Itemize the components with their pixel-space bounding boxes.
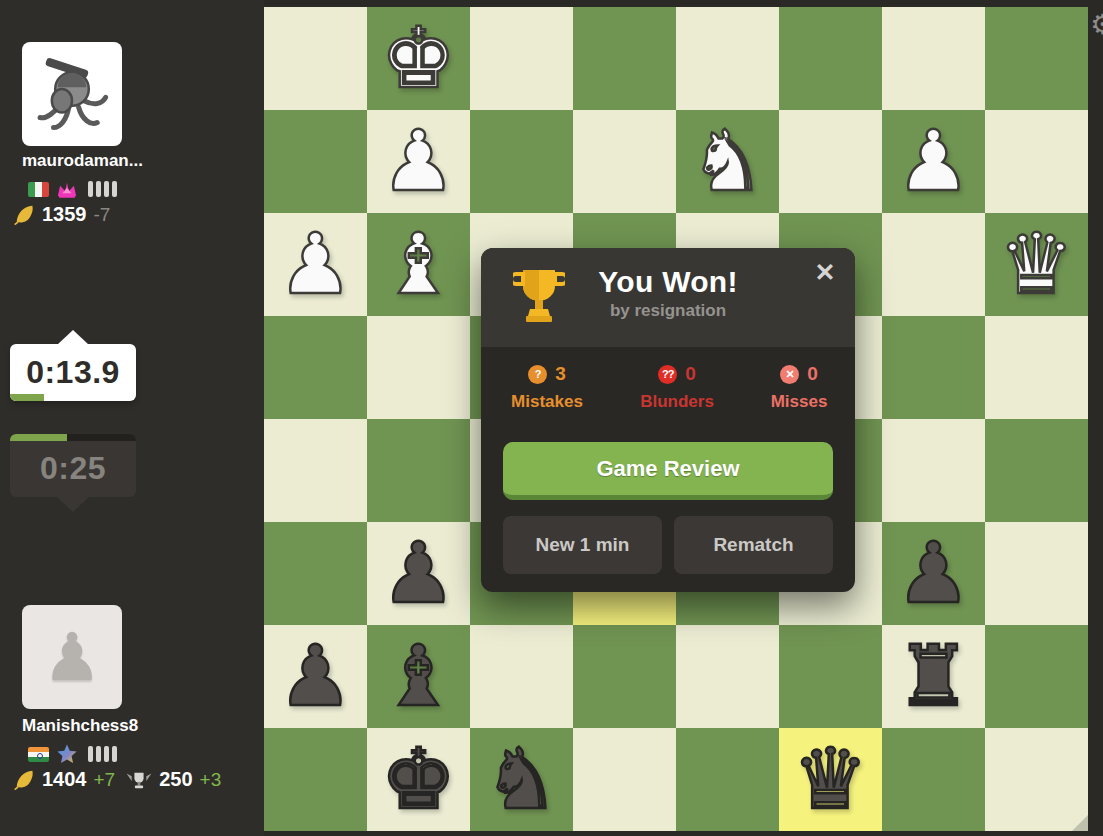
square-b3[interactable] — [882, 213, 985, 316]
square-e8[interactable] — [573, 728, 676, 831]
player-badges — [28, 745, 117, 763]
blunders-label: Blunders — [617, 392, 737, 412]
piece-bP-b6[interactable]: ♟ — [896, 522, 971, 625]
square-h2[interactable] — [264, 110, 367, 213]
square-d2[interactable]: ♞ — [676, 110, 779, 213]
stat-mistakes: ? 3 Mistakes — [487, 363, 607, 412]
player-rating-change: +7 — [94, 769, 116, 791]
opponent-time: 0:13.9 — [26, 354, 120, 391]
opponent-time-progress — [10, 394, 44, 401]
square-h7[interactable]: ♟ — [264, 625, 367, 728]
player-clock: 0:25 — [10, 434, 136, 497]
square-e1[interactable] — [573, 7, 676, 110]
piece-bK-g8[interactable]: ♚ — [381, 728, 456, 831]
mistakes-label: Mistakes — [487, 392, 607, 412]
square-a3[interactable]: ♛ — [985, 213, 1088, 316]
square-d8[interactable] — [676, 728, 779, 831]
player-rating-row: 1404 +7 250 +3 — [14, 768, 221, 791]
square-a1[interactable] — [985, 7, 1088, 110]
opponent-rating: 1359 — [42, 203, 87, 226]
square-g2[interactable]: ♟ — [367, 110, 470, 213]
trophy-points-icon — [126, 769, 152, 791]
square-f2[interactable] — [470, 110, 573, 213]
blunders-icon: ?? — [658, 365, 677, 384]
india-flag-icon — [28, 747, 49, 762]
octopus-knight-avatar-image — [30, 50, 114, 138]
game-review-button[interactable]: Game Review — [503, 442, 833, 500]
square-f7[interactable] — [470, 625, 573, 728]
square-g3[interactable]: ♝ — [367, 213, 470, 316]
square-d7[interactable] — [676, 625, 779, 728]
clock-pointer-down — [57, 497, 89, 512]
piece-wP-h3[interactable]: ♟ — [278, 213, 353, 316]
piece-wQ-a3[interactable]: ♛ — [999, 213, 1074, 316]
player-time: 0:25 — [40, 450, 106, 487]
stat-blunders: ?? 0 Blunders — [617, 363, 737, 412]
square-g6[interactable]: ♟ — [367, 522, 470, 625]
mistakes-count: 3 — [555, 363, 566, 385]
piece-wN-d2[interactable]: ♞ — [690, 110, 765, 213]
star-badge-icon — [56, 743, 78, 765]
piece-wP-g2[interactable]: ♟ — [381, 110, 456, 213]
square-h8[interactable] — [264, 728, 367, 831]
square-b1[interactable] — [882, 7, 985, 110]
square-g4[interactable] — [367, 316, 470, 419]
square-g1[interactable]: ♚ — [367, 7, 470, 110]
player-rating: 1404 — [42, 768, 87, 791]
game-over-dialog: You Won! by resignation ✕ ? 3 Mistakes ?… — [481, 248, 855, 592]
square-a5[interactable] — [985, 419, 1088, 522]
trophy-icon — [513, 266, 565, 328]
square-h6[interactable] — [264, 522, 367, 625]
opponent-rating-row: 1359 -7 — [14, 203, 110, 226]
square-b5[interactable] — [882, 419, 985, 522]
square-h5[interactable] — [264, 419, 367, 522]
clock-pointer-up — [57, 330, 89, 345]
opponent-name[interactable]: maurodaman... — [22, 151, 143, 171]
pawn-avatar-image: ♟ — [42, 619, 101, 696]
piece-wB-g3[interactable]: ♝ — [381, 213, 456, 316]
piece-bR-b7[interactable]: ♜ — [896, 625, 971, 728]
piece-wK-g1[interactable]: ♚ — [381, 7, 456, 110]
square-b7[interactable]: ♜ — [882, 625, 985, 728]
game-history-bars-icon — [88, 746, 117, 762]
square-e2[interactable] — [573, 110, 676, 213]
square-h4[interactable] — [264, 316, 367, 419]
square-f1[interactable] — [470, 7, 573, 110]
opponent-avatar[interactable] — [22, 42, 122, 146]
settings-gear-icon[interactable]: ⚙ — [1090, 8, 1103, 41]
misses-icon: ✕ — [780, 365, 799, 384]
mistakes-icon: ? — [528, 365, 547, 384]
new-game-button[interactable]: New 1 min — [503, 516, 662, 574]
square-a2[interactable] — [985, 110, 1088, 213]
player-time-progress — [10, 434, 67, 441]
opponent-rating-change: -7 — [94, 204, 111, 226]
sidebar: maurodaman... 1359 -7 0:13.9 0:25 ♟ Mani… — [0, 0, 264, 836]
square-h3[interactable]: ♟ — [264, 213, 367, 316]
player-trophy-change: +3 — [200, 769, 222, 791]
pink-crown-icon — [56, 180, 78, 199]
stat-misses: ✕ 0 Misses — [739, 363, 859, 412]
opponent-badges — [28, 180, 117, 198]
square-a6[interactable] — [985, 522, 1088, 625]
square-c7[interactable] — [779, 625, 882, 728]
player-trophy-points: 250 — [159, 768, 192, 791]
square-e7[interactable] — [573, 625, 676, 728]
piece-bN-f8[interactable]: ♞ — [484, 728, 559, 831]
close-icon[interactable]: ✕ — [809, 256, 841, 288]
square-h1[interactable] — [264, 7, 367, 110]
square-b2[interactable]: ♟ — [882, 110, 985, 213]
player-avatar[interactable]: ♟ — [22, 605, 122, 709]
square-a7[interactable] — [985, 625, 1088, 728]
square-c1[interactable] — [779, 7, 882, 110]
square-c2[interactable] — [779, 110, 882, 213]
piece-bP-h7[interactable]: ♟ — [278, 625, 353, 728]
board-resize-grip[interactable] — [1072, 815, 1088, 831]
square-b4[interactable] — [882, 316, 985, 419]
misses-label: Misses — [739, 392, 859, 412]
square-a4[interactable] — [985, 316, 1088, 419]
piece-bQ-c8[interactable]: ♛ — [793, 728, 868, 831]
dialog-header: You Won! by resignation ✕ — [481, 248, 855, 347]
square-c8[interactable]: ♛ — [779, 728, 882, 831]
piece-bB-g7[interactable]: ♝ — [381, 625, 456, 728]
piece-wP-b2[interactable]: ♟ — [896, 110, 971, 213]
italy-flag-icon — [28, 182, 49, 197]
rematch-button[interactable]: Rematch — [674, 516, 833, 574]
square-g7[interactable]: ♝ — [367, 625, 470, 728]
misses-count: 0 — [807, 363, 818, 385]
bullet-icon — [14, 204, 35, 225]
square-g5[interactable] — [367, 419, 470, 522]
player-time-track — [10, 434, 136, 441]
square-d1[interactable] — [676, 7, 779, 110]
square-b6[interactable]: ♟ — [882, 522, 985, 625]
square-f8[interactable]: ♞ — [470, 728, 573, 831]
square-g8[interactable]: ♚ — [367, 728, 470, 831]
bullet-icon — [14, 769, 35, 790]
blunders-count: 0 — [685, 363, 696, 385]
player-name[interactable]: Manishchess8 — [22, 716, 138, 736]
square-b8[interactable] — [882, 728, 985, 831]
opponent-clock: 0:13.9 — [10, 344, 136, 401]
piece-bP-g6[interactable]: ♟ — [381, 522, 456, 625]
game-history-bars-icon — [88, 181, 117, 197]
